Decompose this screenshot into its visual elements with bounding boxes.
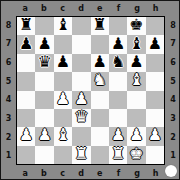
rank-label-4: 4 [2, 91, 15, 110]
square-h5[interactable] [146, 72, 164, 90]
black-pawn: ♟ [129, 54, 143, 70]
file-labels-bottom: abcdefgh [16, 166, 165, 180]
square-g4[interactable] [127, 91, 145, 109]
square-c6[interactable]: ♟ [54, 54, 72, 72]
file-label-e: e [91, 2, 110, 15]
square-c2[interactable]: ♝ [54, 127, 72, 145]
square-h7[interactable]: ♟ [146, 35, 164, 53]
square-b6[interactable]: ♛ [35, 54, 53, 72]
rank-label-7: 7 [166, 35, 180, 54]
rank-label-8: 8 [166, 16, 180, 35]
square-g6[interactable]: ♟ [127, 54, 145, 72]
square-b7[interactable]: ♟ [35, 35, 53, 53]
square-a5[interactable] [17, 72, 35, 90]
square-a8[interactable]: ♜ [17, 17, 35, 35]
square-f8[interactable] [109, 17, 127, 35]
file-label-f: f [109, 166, 128, 180]
square-f7[interactable]: ♟ [109, 35, 127, 53]
black-knight: ♞ [111, 54, 125, 70]
white-pawn: ♟ [19, 127, 33, 143]
white-pawn: ♟ [129, 127, 143, 143]
square-e1[interactable] [91, 146, 109, 164]
square-a4[interactable] [17, 91, 35, 109]
square-c8[interactable]: ♝ [54, 17, 72, 35]
file-label-d: d [72, 2, 91, 15]
square-e2[interactable] [91, 127, 109, 145]
black-bishop: ♝ [56, 17, 70, 33]
file-label-h: h [146, 2, 165, 15]
file-label-h: h [146, 166, 165, 180]
square-e6[interactable]: ♟ [91, 54, 109, 72]
black-pawn: ♟ [19, 36, 33, 52]
black-pawn: ♟ [93, 54, 107, 70]
file-label-d: d [72, 166, 91, 180]
square-f6[interactable]: ♞ [109, 54, 127, 72]
white-pawn: ♟ [56, 91, 70, 107]
file-label-g: g [128, 166, 147, 180]
square-d3[interactable]: ♛ [72, 109, 90, 127]
white-king: ♚ [129, 146, 143, 162]
square-b4[interactable] [35, 91, 53, 109]
white-to-move-indicator [165, 165, 177, 177]
file-label-b: b [35, 166, 54, 180]
file-label-a: a [16, 2, 35, 15]
square-c3[interactable] [54, 109, 72, 127]
rank-label-2: 2 [2, 128, 15, 147]
rank-label-3: 3 [166, 109, 180, 128]
white-pawn: ♟ [148, 127, 162, 143]
square-a2[interactable]: ♟ [17, 127, 35, 145]
square-d6[interactable] [72, 54, 90, 72]
black-pawn: ♟ [111, 36, 125, 52]
square-f4[interactable] [109, 91, 127, 109]
square-f5[interactable] [109, 72, 127, 90]
square-e8[interactable]: ♜ [91, 17, 109, 35]
square-b8[interactable] [35, 17, 53, 35]
square-h3[interactable] [146, 109, 164, 127]
square-f2[interactable]: ♟ [109, 127, 127, 145]
file-label-g: g [128, 2, 147, 15]
rank-label-6: 6 [2, 53, 15, 72]
square-b2[interactable]: ♟ [35, 127, 53, 145]
square-e4[interactable] [91, 91, 109, 109]
square-e7[interactable] [91, 35, 109, 53]
black-pawn: ♟ [148, 36, 162, 52]
square-g1[interactable]: ♚ [127, 146, 145, 164]
white-bishop: ♝ [56, 127, 70, 143]
file-label-f: f [109, 2, 128, 15]
square-d4[interactable]: ♟ [72, 91, 90, 109]
chess-diagram-frame: abcdefgh abcdefgh 87654321 87654321 ♜♝♜♚… [0, 0, 180, 180]
rank-labels-left: 87654321 [2, 16, 15, 165]
square-g5[interactable]: ♝ [127, 72, 145, 90]
square-g2[interactable]: ♟ [127, 127, 145, 145]
rank-label-5: 5 [2, 72, 15, 91]
square-c7[interactable] [54, 35, 72, 53]
square-f1[interactable]: ♜ [109, 146, 127, 164]
square-h2[interactable]: ♟ [146, 127, 164, 145]
black-king: ♚ [129, 17, 143, 33]
square-d5[interactable] [72, 72, 90, 90]
square-a1[interactable] [17, 146, 35, 164]
black-queen: ♛ [37, 54, 51, 70]
white-rook: ♜ [111, 146, 125, 162]
white-pawn: ♟ [37, 127, 51, 143]
square-d2[interactable] [72, 127, 90, 145]
rank-label-6: 6 [166, 53, 180, 72]
file-labels-top: abcdefgh [16, 2, 165, 15]
file-label-c: c [53, 166, 72, 180]
black-rook: ♜ [93, 17, 107, 33]
square-b1[interactable] [35, 146, 53, 164]
file-label-c: c [53, 2, 72, 15]
square-b5[interactable] [35, 72, 53, 90]
square-a6[interactable] [17, 54, 35, 72]
square-c5[interactable] [54, 72, 72, 90]
white-rook: ♜ [74, 146, 88, 162]
rank-label-3: 3 [2, 109, 15, 128]
chess-board: ♜♝♜♚♟♟♟♝♟♛♟♟♞♟♞♝♟♟♛♟♟♝♟♟♟♜♜♚ [16, 16, 165, 165]
square-h1[interactable] [146, 146, 164, 164]
white-knight: ♞ [93, 72, 107, 88]
rank-label-5: 5 [166, 72, 180, 91]
square-b3[interactable] [35, 109, 53, 127]
file-label-e: e [91, 166, 110, 180]
square-e5[interactable]: ♞ [91, 72, 109, 90]
square-h4[interactable] [146, 91, 164, 109]
white-queen: ♛ [74, 109, 88, 125]
square-a7[interactable]: ♟ [17, 35, 35, 53]
square-h6[interactable] [146, 54, 164, 72]
white-pawn: ♟ [74, 91, 88, 107]
square-d1[interactable]: ♜ [72, 146, 90, 164]
black-pawn: ♟ [37, 36, 51, 52]
rank-label-1: 1 [166, 146, 180, 165]
file-label-b: b [35, 2, 54, 15]
file-label-a: a [16, 166, 35, 180]
black-pawn: ♟ [56, 54, 70, 70]
rank-label-4: 4 [166, 91, 180, 110]
square-c4[interactable]: ♟ [54, 91, 72, 109]
rank-label-7: 7 [2, 35, 15, 54]
white-pawn: ♟ [111, 127, 125, 143]
square-g3[interactable] [127, 109, 145, 127]
square-d8[interactable] [72, 17, 90, 35]
black-rook: ♜ [19, 17, 33, 33]
rank-label-2: 2 [166, 128, 180, 147]
rank-label-1: 1 [2, 146, 15, 165]
square-g8[interactable]: ♚ [127, 17, 145, 35]
white-bishop: ♝ [129, 72, 143, 88]
square-d7[interactable] [72, 35, 90, 53]
square-c1[interactable] [54, 146, 72, 164]
square-a3[interactable] [17, 109, 35, 127]
black-bishop: ♝ [129, 36, 143, 52]
square-e3[interactable] [91, 109, 109, 127]
square-f3[interactable] [109, 109, 127, 127]
square-g7[interactable]: ♝ [127, 35, 145, 53]
rank-label-8: 8 [2, 16, 15, 35]
rank-labels-right: 87654321 [166, 16, 180, 165]
square-h8[interactable] [146, 17, 164, 35]
